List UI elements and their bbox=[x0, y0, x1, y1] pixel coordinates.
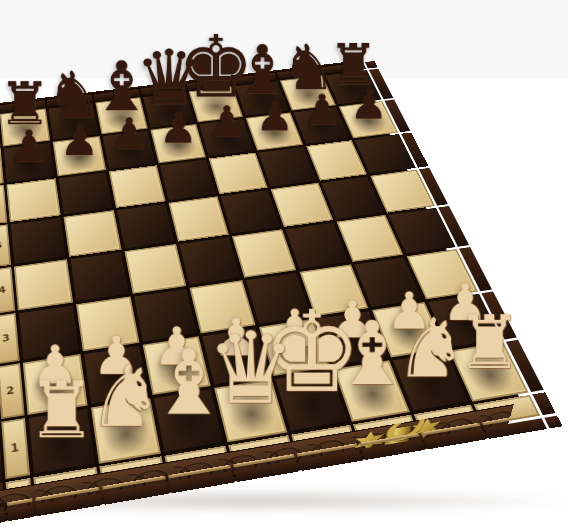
file-strip-corner bbox=[6, 478, 33, 506]
square-c6[interactable] bbox=[109, 165, 166, 208]
square-a4[interactable] bbox=[14, 259, 73, 310]
square-d6[interactable] bbox=[159, 159, 217, 201]
photo-stage: 8♜♞♝♛♚♝♞♜7♟♟♟♟♟♟♟♟65432♟♟♟♟♟♟♟♟1♜♞♝♛♚♝♞♜… bbox=[0, 0, 568, 532]
square-d5[interactable] bbox=[168, 196, 228, 241]
board-front-rim bbox=[544, 416, 562, 429]
square-f4[interactable] bbox=[285, 222, 351, 270]
square-a1[interactable]: ♜ bbox=[28, 408, 96, 475]
square-d4[interactable] bbox=[179, 237, 242, 286]
square-a5[interactable] bbox=[10, 217, 67, 264]
square-b6[interactable] bbox=[58, 172, 114, 215]
chess-board: 8♜♞♝♛♚♝♞♜7♟♟♟♟♟♟♟♟65432♟♟♟♟♟♟♟♟1♜♞♝♛♚♝♞♜… bbox=[0, 63, 519, 492]
square-c4[interactable] bbox=[124, 244, 186, 294]
piece-black-pawn-a7[interactable]: ♟ bbox=[0, 125, 115, 169]
piece-white-rook-a1[interactable]: ♜ bbox=[0, 371, 171, 449]
rank-label-5: 5 bbox=[0, 224, 11, 267]
square-a7[interactable]: ♟ bbox=[3, 142, 55, 183]
rank-label-4: 4 bbox=[0, 267, 15, 314]
square-e6[interactable] bbox=[209, 153, 268, 195]
chess-box: 8♜♞♝♛♚♝♞♜7♟♟♟♟♟♟♟♟65432♟♟♟♟♟♟♟♟1♜♞♝♛♚♝♞♜… bbox=[0, 63, 519, 492]
square-b4[interactable] bbox=[70, 252, 131, 303]
square-c5[interactable] bbox=[116, 203, 175, 249]
board-front-rim bbox=[8, 505, 34, 522]
board-front-rim bbox=[0, 509, 5, 523]
square-b5[interactable] bbox=[63, 210, 121, 257]
perspective-wrapper: 8♜♞♝♛♚♝♞♜7♟♟♟♟♟♟♟♟65432♟♟♟♟♟♟♟♟1♜♞♝♛♚♝♞♜… bbox=[0, 0, 536, 446]
square-a6[interactable] bbox=[6, 178, 60, 222]
